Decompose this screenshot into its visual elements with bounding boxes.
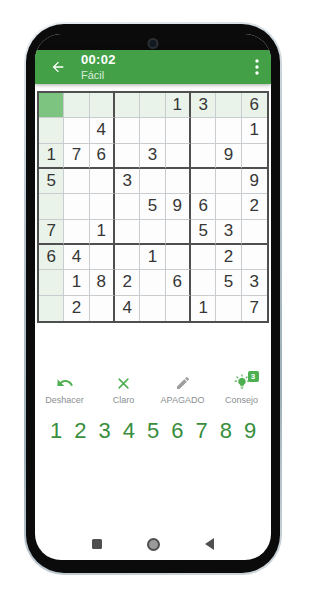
cell-r1c8[interactable]: [216, 93, 241, 118]
undo-label: Deshacer: [45, 395, 84, 405]
cell-r8c9[interactable]: 3: [242, 270, 267, 295]
cell-r9c2[interactable]: 2: [64, 296, 89, 321]
cell-r4c6[interactable]: [166, 169, 191, 194]
pencil-icon: [174, 374, 192, 392]
cell-r8c7[interactable]: [191, 270, 216, 295]
cell-r3c6[interactable]: [166, 144, 191, 169]
cell-r8c5[interactable]: [140, 270, 165, 295]
sudoku-grid: 13641176395395962715364121826532417: [37, 91, 269, 323]
cell-r7c3[interactable]: [90, 245, 115, 270]
cell-r1c4[interactable]: [115, 93, 140, 118]
cell-r7c9[interactable]: [242, 245, 267, 270]
toolbar: Deshacer Claro APA: [35, 374, 271, 405]
cell-r7c4[interactable]: [115, 245, 140, 270]
cell-r1c9[interactable]: 6: [242, 93, 267, 118]
cell-r6c9[interactable]: [242, 220, 267, 245]
numpad-digit-7[interactable]: 7: [193, 417, 211, 445]
numpad-digit-9[interactable]: 9: [241, 417, 259, 445]
cell-r9c1[interactable]: [39, 296, 64, 321]
cell-r6c1[interactable]: 7: [39, 220, 64, 245]
arrow-back-icon: [50, 59, 66, 75]
back-button[interactable]: [48, 57, 68, 77]
cell-r8c8[interactable]: 5: [216, 270, 241, 295]
cell-r2c8[interactable]: [216, 118, 241, 143]
cell-r8c2[interactable]: 1: [64, 270, 89, 295]
cell-r9c9[interactable]: 7: [242, 296, 267, 321]
cell-r4c8[interactable]: [216, 169, 241, 194]
cell-r3c5[interactable]: 3: [140, 144, 165, 169]
cell-r7c5[interactable]: 1: [140, 245, 165, 270]
numpad-digit-5[interactable]: 5: [144, 417, 162, 445]
cell-r1c1[interactable]: [39, 93, 64, 118]
recents-icon[interactable]: [92, 539, 102, 549]
cell-r5c2[interactable]: [64, 194, 89, 219]
cell-r7c1[interactable]: 6: [39, 245, 64, 270]
cell-r3c8[interactable]: 9: [216, 144, 241, 169]
cell-r5c3[interactable]: [90, 194, 115, 219]
difficulty-text: Fácil: [81, 69, 116, 81]
numpad-digit-8[interactable]: 8: [217, 417, 235, 445]
cell-r5c4[interactable]: [115, 194, 140, 219]
overflow-menu-button[interactable]: [248, 57, 266, 77]
cell-r4c3[interactable]: [90, 169, 115, 194]
cell-r7c8[interactable]: 2: [216, 245, 241, 270]
cell-r1c3[interactable]: [90, 93, 115, 118]
cell-r6c6[interactable]: [166, 220, 191, 245]
hint-count-badge: 3: [248, 371, 259, 382]
cell-r8c6[interactable]: 6: [166, 270, 191, 295]
numpad-digit-4[interactable]: 4: [120, 417, 138, 445]
numpad-digit-6[interactable]: 6: [168, 417, 186, 445]
cell-r2c5[interactable]: [140, 118, 165, 143]
cell-r4c7[interactable]: [191, 169, 216, 194]
cell-r8c3[interactable]: 8: [90, 270, 115, 295]
cell-r1c6[interactable]: 1: [166, 93, 191, 118]
clear-button[interactable]: Claro: [94, 374, 153, 405]
cell-r2c9[interactable]: 1: [242, 118, 267, 143]
cell-r6c2[interactable]: [64, 220, 89, 245]
cell-r3c7[interactable]: [191, 144, 216, 169]
cell-r6c7[interactable]: 5: [191, 220, 216, 245]
status-bar: [35, 34, 271, 50]
clear-label: Claro: [113, 395, 135, 405]
pencil-mode-label: APAGADO: [161, 395, 205, 405]
undo-button[interactable]: Deshacer: [35, 374, 94, 405]
cell-r1c7[interactable]: 3: [191, 93, 216, 118]
cell-r5c8[interactable]: [216, 194, 241, 219]
cell-r9c7[interactable]: 1: [191, 296, 216, 321]
number-pad: 123456789: [47, 417, 259, 445]
cell-r7c7[interactable]: [191, 245, 216, 270]
home-icon[interactable]: [147, 538, 160, 551]
appbar-titles: 00:02 Fácil: [81, 53, 116, 80]
undo-icon: [56, 374, 74, 392]
cell-r1c5[interactable]: [140, 93, 165, 118]
numpad-digit-3[interactable]: 3: [96, 417, 114, 445]
front-camera: [148, 38, 159, 49]
phone-bezel: 00:02 Fácil 1364117639539596271536412182…: [26, 24, 280, 573]
timer-text: 00:02: [81, 53, 116, 67]
cell-r8c4[interactable]: 2: [115, 270, 140, 295]
cell-r7c6[interactable]: [166, 245, 191, 270]
cell-r5c6[interactable]: 9: [166, 194, 191, 219]
cell-r2c2[interactable]: [64, 118, 89, 143]
hint-button[interactable]: 3 Consejo: [212, 374, 271, 405]
cell-r9c6[interactable]: [166, 296, 191, 321]
cell-r3c9[interactable]: [242, 144, 267, 169]
hint-label: Consejo: [225, 395, 258, 405]
cell-r6c4[interactable]: [115, 220, 140, 245]
cell-r5c1[interactable]: [39, 194, 64, 219]
cell-r9c8[interactable]: [216, 296, 241, 321]
cell-r6c8[interactable]: 3: [216, 220, 241, 245]
cell-r2c6[interactable]: [166, 118, 191, 143]
cell-r3c3[interactable]: 6: [90, 144, 115, 169]
cell-r4c4[interactable]: 3: [115, 169, 140, 194]
cell-r3c2[interactable]: 7: [64, 144, 89, 169]
numpad-digit-1[interactable]: 1: [47, 417, 65, 445]
cell-r7c2[interactable]: 4: [64, 245, 89, 270]
cell-r5c7[interactable]: 6: [191, 194, 216, 219]
cell-r3c4[interactable]: [115, 144, 140, 169]
numpad-digit-2[interactable]: 2: [71, 417, 89, 445]
cell-r5c5[interactable]: 5: [140, 194, 165, 219]
cell-r2c4[interactable]: [115, 118, 140, 143]
cell-r4c5[interactable]: [140, 169, 165, 194]
android-nav-bar: [35, 536, 271, 552]
app-bar: 00:02 Fácil: [35, 50, 271, 84]
lightbulb-icon: 3: [233, 374, 251, 392]
pencil-mode-button[interactable]: APAGADO: [153, 374, 212, 405]
cell-r1c2[interactable]: [64, 93, 89, 118]
cell-r2c3[interactable]: 4: [90, 118, 115, 143]
cell-r4c1[interactable]: 5: [39, 169, 64, 194]
cell-r8c1[interactable]: [39, 270, 64, 295]
three-dots-icon: [255, 59, 259, 75]
cell-r3c1[interactable]: 1: [39, 144, 64, 169]
phone-frame: 00:02 Fácil 1364117639539596271536412182…: [24, 22, 282, 575]
back-nav-icon[interactable]: [205, 538, 214, 550]
cell-r2c1[interactable]: [39, 118, 64, 143]
cell-r4c9[interactable]: 9: [242, 169, 267, 194]
clear-x-icon: [115, 374, 133, 392]
cell-r9c3[interactable]: [90, 296, 115, 321]
cell-r9c5[interactable]: [140, 296, 165, 321]
cell-r9c4[interactable]: 4: [115, 296, 140, 321]
cell-r6c5[interactable]: [140, 220, 165, 245]
cell-r5c9[interactable]: 2: [242, 194, 267, 219]
phone-screen: 00:02 Fácil 1364117639539596271536412182…: [35, 34, 271, 560]
cell-r4c2[interactable]: [64, 169, 89, 194]
cell-r6c3[interactable]: 1: [90, 220, 115, 245]
cell-r2c7[interactable]: [191, 118, 216, 143]
